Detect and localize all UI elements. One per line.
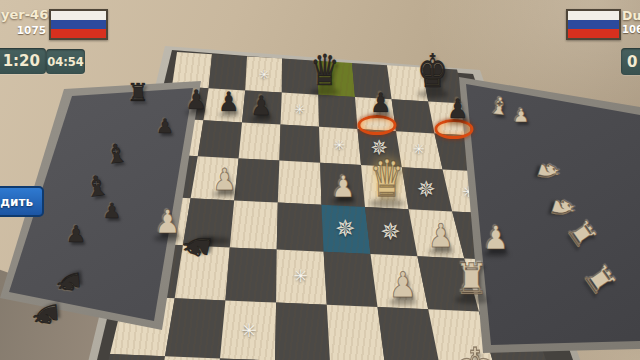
russia-flag-icon [49,9,108,40]
piece-black-queen-e8[interactable]: ♛ [310,50,340,93]
piece-black-pawn-f7[interactable]: ♟ [370,90,391,117]
side-action-button[interactable]: дить [0,186,44,217]
piece-white-rook-g3[interactable]: ♜ [455,258,489,301]
right-player-name: Dub [622,8,640,23]
left-player-rating: 1075 [0,24,46,36]
piece-white-pawn-g4[interactable]: ♟ [428,220,454,253]
piece-black-king-h8[interactable]: ♚ [417,49,448,95]
piece-black-pawn-c7[interactable]: ♟ [251,94,272,121]
russia-flag-icon [566,9,621,40]
piece-white-queen-f5[interactable]: ♛ [369,153,404,204]
piece-black-pawn-h7[interactable]: ♟ [447,97,468,124]
piece-white-pawn-h4[interactable]: ♟ [483,222,509,255]
game-screen: ♜♟♝♝♟♟♞♞ ♝♟♞♞♜♜ ✳✳✳✵✳✵✳✵✵✳✳♛♚♟♟♟♟♟♞♛♟♟♟♟… [0,0,640,360]
piece-black-pawn-a7[interactable]: ♟ [186,87,207,114]
captured-white-bishop: ♝ [487,93,511,119]
piece-white-pawn-a4[interactable]: ♟ [154,207,180,240]
piece-white-pawn-e5[interactable]: ♟ [331,171,355,201]
piece-black-pawn-b7[interactable]: ♟ [218,89,239,116]
piece-white-pawn-f3[interactable]: ♟ [389,268,417,303]
piece-white-pawn-b5[interactable]: ♟ [212,165,236,195]
right-player-rating: 1061 [622,24,640,35]
piece-black-knight-b4[interactable]: ♞ [177,227,217,265]
piece-white-king-g1[interactable]: ♚ [449,338,500,360]
captured-white-pawn: ♟ [512,106,529,125]
